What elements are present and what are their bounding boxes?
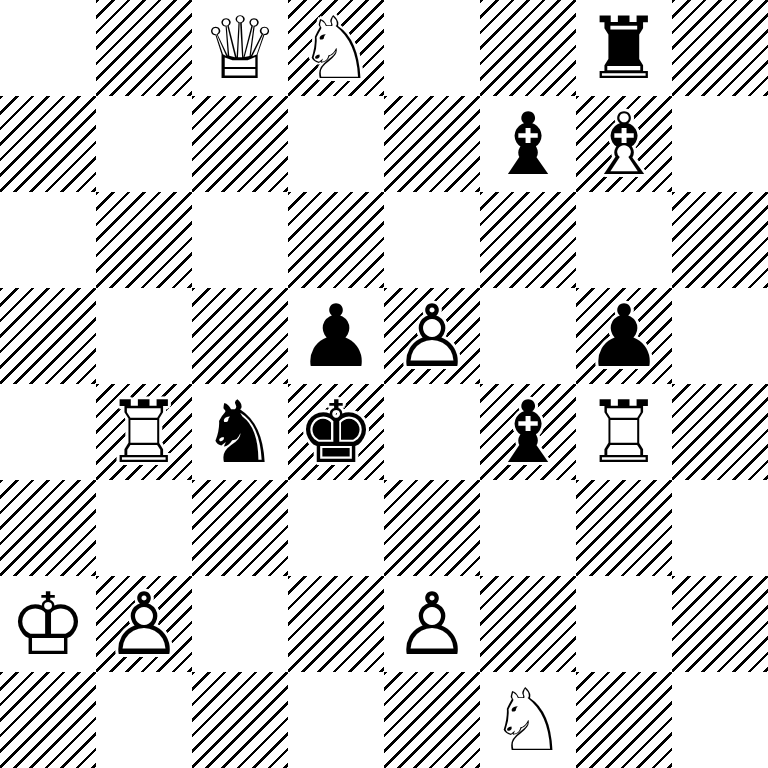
piece-white-rook: ♜♖ — [96, 384, 192, 480]
piece-face-layer: ♟ — [288, 288, 384, 384]
square-d6[interactable] — [288, 192, 384, 288]
square-h8[interactable] — [672, 0, 768, 96]
square-c6[interactable] — [192, 192, 288, 288]
square-b5[interactable] — [96, 288, 192, 384]
square-g4[interactable]: ♜♖ — [576, 384, 672, 480]
square-d1[interactable] — [288, 672, 384, 768]
square-f6[interactable] — [480, 192, 576, 288]
piece-face-layer: ♟ — [576, 288, 672, 384]
square-a8[interactable] — [0, 0, 96, 96]
square-d2[interactable] — [288, 576, 384, 672]
square-c7[interactable] — [192, 96, 288, 192]
piece-white-rook: ♜♖ — [576, 384, 672, 480]
piece-face-layer: ♙ — [96, 576, 192, 672]
square-g5[interactable]: ♟♟ — [576, 288, 672, 384]
square-a7[interactable] — [0, 96, 96, 192]
square-b6[interactable] — [96, 192, 192, 288]
chess-board: ♛♕♞♘♜♜♝♝♝♗♟♟♟♙♟♟♜♖♞♞♚♚♝♝♜♖♚♔♟♙♟♙♞♘ — [0, 0, 768, 768]
square-a4[interactable] — [0, 384, 96, 480]
square-g2[interactable] — [576, 576, 672, 672]
square-a1[interactable] — [0, 672, 96, 768]
piece-white-knight: ♞♘ — [288, 0, 384, 96]
piece-face-layer: ♘ — [480, 672, 576, 768]
square-a6[interactable] — [0, 192, 96, 288]
square-f4[interactable]: ♝♝ — [480, 384, 576, 480]
square-g8[interactable]: ♜♜ — [576, 0, 672, 96]
square-c5[interactable] — [192, 288, 288, 384]
piece-white-pawn: ♟♙ — [384, 288, 480, 384]
piece-black-pawn: ♟♟ — [576, 288, 672, 384]
square-e6[interactable] — [384, 192, 480, 288]
square-e5[interactable]: ♟♙ — [384, 288, 480, 384]
piece-face-layer: ♞ — [192, 384, 288, 480]
square-h2[interactable] — [672, 576, 768, 672]
piece-black-knight: ♞♞ — [192, 384, 288, 480]
square-h1[interactable] — [672, 672, 768, 768]
piece-face-layer: ♔ — [0, 576, 96, 672]
square-b4[interactable]: ♜♖ — [96, 384, 192, 480]
square-b7[interactable] — [96, 96, 192, 192]
square-h4[interactable] — [672, 384, 768, 480]
square-b3[interactable] — [96, 480, 192, 576]
square-e3[interactable] — [384, 480, 480, 576]
square-b1[interactable] — [96, 672, 192, 768]
square-c3[interactable] — [192, 480, 288, 576]
square-e2[interactable]: ♟♙ — [384, 576, 480, 672]
piece-white-pawn: ♟♙ — [384, 576, 480, 672]
square-d8[interactable]: ♞♘ — [288, 0, 384, 96]
square-g6[interactable] — [576, 192, 672, 288]
piece-white-pawn: ♟♙ — [96, 576, 192, 672]
piece-face-layer: ♙ — [384, 576, 480, 672]
square-f5[interactable] — [480, 288, 576, 384]
square-c2[interactable] — [192, 576, 288, 672]
square-f7[interactable]: ♝♝ — [480, 96, 576, 192]
square-f8[interactable] — [480, 0, 576, 96]
square-a3[interactable] — [0, 480, 96, 576]
square-f3[interactable] — [480, 480, 576, 576]
piece-white-queen: ♛♕ — [192, 0, 288, 96]
square-e4[interactable] — [384, 384, 480, 480]
square-c8[interactable]: ♛♕ — [192, 0, 288, 96]
square-f1[interactable]: ♞♘ — [480, 672, 576, 768]
square-d7[interactable] — [288, 96, 384, 192]
square-e8[interactable] — [384, 0, 480, 96]
square-a2[interactable]: ♚♔ — [0, 576, 96, 672]
piece-face-layer: ♖ — [576, 384, 672, 480]
piece-black-bishop: ♝♝ — [480, 96, 576, 192]
square-a5[interactable] — [0, 288, 96, 384]
piece-face-layer: ♝ — [480, 96, 576, 192]
piece-black-king: ♚♚ — [288, 384, 384, 480]
square-e7[interactable] — [384, 96, 480, 192]
piece-face-layer: ♕ — [192, 0, 288, 96]
piece-face-layer: ♗ — [576, 96, 672, 192]
square-c1[interactable] — [192, 672, 288, 768]
piece-face-layer: ♜ — [576, 0, 672, 96]
square-h3[interactable] — [672, 480, 768, 576]
square-g3[interactable] — [576, 480, 672, 576]
piece-face-layer: ♙ — [384, 288, 480, 384]
piece-white-knight: ♞♘ — [480, 672, 576, 768]
piece-black-bishop: ♝♝ — [480, 384, 576, 480]
square-c4[interactable]: ♞♞ — [192, 384, 288, 480]
piece-black-pawn: ♟♟ — [288, 288, 384, 384]
square-f2[interactable] — [480, 576, 576, 672]
square-d5[interactable]: ♟♟ — [288, 288, 384, 384]
piece-white-bishop: ♝♗ — [576, 96, 672, 192]
square-g7[interactable]: ♝♗ — [576, 96, 672, 192]
square-d4[interactable]: ♚♚ — [288, 384, 384, 480]
piece-face-layer: ♘ — [288, 0, 384, 96]
piece-face-layer: ♖ — [96, 384, 192, 480]
square-g1[interactable] — [576, 672, 672, 768]
piece-black-rook: ♜♜ — [576, 0, 672, 96]
piece-face-layer: ♝ — [480, 384, 576, 480]
square-h6[interactable] — [672, 192, 768, 288]
square-b2[interactable]: ♟♙ — [96, 576, 192, 672]
square-h7[interactable] — [672, 96, 768, 192]
piece-face-layer: ♚ — [288, 384, 384, 480]
square-e1[interactable] — [384, 672, 480, 768]
square-b8[interactable] — [96, 0, 192, 96]
square-h5[interactable] — [672, 288, 768, 384]
square-d3[interactable] — [288, 480, 384, 576]
piece-white-king: ♚♔ — [0, 576, 96, 672]
